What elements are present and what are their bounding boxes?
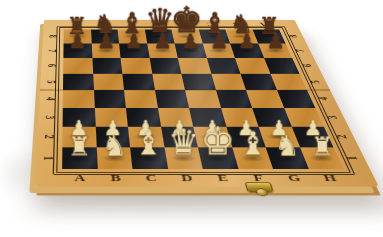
coordinate-label: 4 (35, 92, 66, 105)
coordinate-label: B (97, 170, 134, 187)
coordinate-label: D (169, 20, 198, 29)
coordinate-label: C (132, 170, 170, 187)
square-f4[interactable] (216, 90, 253, 108)
square-e4[interactable] (185, 90, 221, 108)
file-labels-back: HGFEDCBA (64, 20, 279, 29)
square-d4[interactable] (155, 90, 189, 108)
square-b4[interactable] (94, 90, 126, 108)
coordinate-label: 6 (290, 60, 324, 71)
square-h4[interactable] (277, 90, 316, 108)
square-e7[interactable] (175, 43, 207, 58)
square-a7[interactable] (63, 43, 92, 58)
square-d8[interactable] (144, 30, 174, 44)
square-b8[interactable] (91, 30, 119, 44)
coordinate-label: E (203, 170, 243, 187)
coordinate-label: H (309, 170, 352, 187)
coordinate-label: 5 (36, 76, 66, 88)
chessboard: HGFEDCBA ABCDEFGH 87654321 87654321 ♜♞♝♛… (35, 20, 379, 187)
square-c6[interactable] (121, 58, 152, 74)
coordinate-label: 5 (297, 76, 333, 88)
square-d7[interactable] (147, 43, 178, 58)
coordinate-label: D (168, 170, 207, 187)
square-c7[interactable] (119, 43, 149, 58)
coordinate-label: A (62, 170, 98, 187)
brass-clasp (245, 182, 274, 192)
coordinate-label: G (90, 20, 117, 29)
coordinate-label: C (196, 20, 225, 29)
coordinate-label: A (248, 20, 278, 29)
board-frame: HGFEDCBA ABCDEFGH 87654321 87654321 (35, 20, 379, 187)
square-b7[interactable] (91, 43, 120, 58)
coordinate-label: 7 (283, 45, 316, 56)
white-rook-h1[interactable]: ♜ (299, 134, 344, 160)
square-e6[interactable] (178, 58, 211, 74)
square-e5[interactable] (181, 73, 215, 90)
perspective-camera: HGFEDCBA ABCDEFGH 87654321 87654321 ♜♞♝♛… (40, 0, 330, 235)
square-e8[interactable] (171, 30, 202, 44)
coordinate-label: H (64, 20, 91, 29)
square-d5[interactable] (152, 73, 185, 90)
coordinate-label: 8 (39, 31, 67, 41)
product-photo: HGFEDCBA ABCDEFGH 87654321 87654321 ♜♞♝♛… (0, 0, 383, 237)
coordinate-label: B (222, 20, 252, 29)
coordinate-label: G (273, 170, 315, 187)
coordinate-label: F (238, 170, 279, 187)
square-a5[interactable] (63, 73, 94, 90)
coordinate-label: 8 (277, 31, 309, 41)
square-g4[interactable] (246, 90, 284, 108)
square-a6[interactable] (63, 58, 93, 74)
coordinate-label: E (143, 20, 171, 29)
square-b6[interactable] (92, 58, 122, 74)
coordinate-label: 6 (37, 60, 66, 71)
square-c4[interactable] (124, 90, 157, 108)
square-a8[interactable] (64, 30, 92, 44)
coordinate-label: 4 (305, 92, 342, 105)
square-a4[interactable] (63, 90, 95, 108)
square-c5[interactable] (122, 73, 154, 90)
coordinate-label: F (117, 20, 145, 29)
square-b5[interactable] (93, 73, 124, 90)
file-labels-front: ABCDEFGH (62, 170, 352, 187)
coordinate-label: 7 (38, 45, 67, 56)
square-c8[interactable] (118, 30, 147, 44)
square-d6[interactable] (149, 58, 181, 74)
